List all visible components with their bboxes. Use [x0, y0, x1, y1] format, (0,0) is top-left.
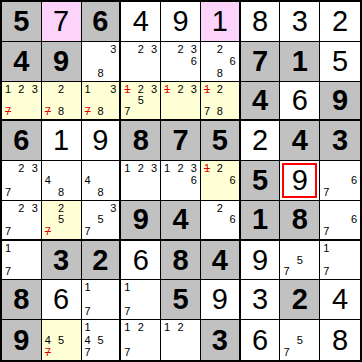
cell-r7c3[interactable]: 2: [82, 241, 122, 281]
solved-digit: 9: [92, 126, 108, 155]
cell-r9c6[interactable]: 3: [201, 320, 241, 360]
given-digit: 3: [212, 326, 228, 355]
given-digit: 1: [292, 47, 308, 76]
solved-digit: 1: [212, 7, 228, 36]
candidate: 8: [97, 187, 103, 198]
solved-digit: 6: [53, 285, 69, 314]
pencil-marks: 1278: [204, 84, 236, 118]
cell-r4c2[interactable]: 1: [42, 121, 82, 161]
candidate: 3: [110, 44, 116, 55]
cell-r5c3[interactable]: 48: [82, 161, 122, 201]
candidate: 3: [191, 44, 197, 55]
pencil-marks: 26: [204, 203, 236, 237]
candidate: 8: [217, 106, 223, 117]
cell-r1c3[interactable]: 6: [82, 2, 122, 42]
candidate: 3: [151, 163, 157, 174]
candidate: 2: [18, 203, 24, 214]
given-digit: 7: [252, 47, 268, 76]
candidate: 3: [151, 44, 157, 55]
pencil-marks: 126: [204, 163, 236, 198]
pencil-marks: 1236: [164, 163, 197, 198]
given-digit: 9: [53, 47, 69, 76]
candidate: 3: [32, 203, 38, 214]
candidate: 1: [164, 163, 170, 174]
candidate: 1: [124, 322, 130, 333]
candidate: 7: [5, 187, 11, 198]
given-digit: 5: [172, 285, 188, 314]
cell-r8c3[interactable]: 17: [82, 280, 122, 320]
candidate: 7: [85, 306, 91, 317]
cell-r5c6[interactable]: 126: [201, 161, 241, 201]
cell-r3c2[interactable]: 278: [42, 82, 82, 122]
cell-r9c1[interactable]: 9: [2, 320, 42, 360]
candidate: 4: [45, 335, 51, 346]
candidate-crossed: 7: [5, 106, 11, 117]
cell-r8c9[interactable]: 4: [320, 280, 360, 320]
candidate: 5: [138, 95, 144, 106]
candidate: 5: [97, 214, 103, 225]
cell-r2c1[interactable]: 4: [2, 42, 42, 82]
candidate: 5: [97, 335, 103, 346]
cell-r9c8[interactable]: 57: [280, 320, 320, 360]
candidate: 2: [138, 322, 144, 333]
cell-r5c2[interactable]: 48: [42, 161, 82, 201]
candidate: 6: [351, 175, 357, 186]
cell-r4c7[interactable]: 2: [241, 121, 281, 161]
cell-r2c5[interactable]: 236: [161, 42, 201, 82]
candidate: 8: [97, 106, 103, 117]
cell-r3c5[interactable]: 123: [161, 82, 201, 122]
solved-digit: 9: [252, 246, 268, 275]
given-digit: 2: [92, 246, 108, 275]
cell-r8c6[interactable]: 9: [201, 280, 241, 320]
given-digit: 4: [252, 86, 268, 115]
cell-r8c5[interactable]: 5: [161, 280, 201, 320]
pencil-marks: 17: [323, 243, 357, 278]
solved-digit: 8: [332, 326, 348, 355]
candidate: 6: [191, 56, 197, 67]
cell-r2c9[interactable]: 5: [320, 42, 360, 82]
cell-r7c5[interactable]: 8: [161, 241, 201, 281]
candidate: 2: [138, 44, 144, 55]
cell-r9c2[interactable]: 457: [42, 320, 82, 360]
pencil-marks: 237: [5, 203, 38, 237]
candidate-crossed: 1: [164, 84, 170, 95]
candidate: 2: [177, 322, 183, 333]
candidate: 8: [217, 68, 223, 79]
cell-r8c8[interactable]: 2: [280, 280, 320, 320]
candidate: 7: [283, 347, 289, 358]
candidate: 5: [58, 214, 64, 225]
candidate: 7: [323, 266, 329, 277]
candidate: 6: [230, 214, 236, 225]
given-digit: 9: [13, 326, 29, 355]
pencil-marks: 67: [323, 203, 357, 237]
pencil-marks: 17: [5, 243, 38, 278]
candidate: 5: [297, 255, 303, 266]
given-digit: 8: [13, 285, 29, 314]
cell-r6c3[interactable]: 357: [82, 201, 122, 241]
cell-r1c9[interactable]: 2: [320, 2, 360, 42]
pencil-marks: 57: [283, 322, 316, 358]
candidate: 7: [323, 187, 329, 198]
pencil-marks: 1457: [85, 322, 117, 358]
pencil-marks: 38: [85, 44, 117, 79]
candidate: 2: [18, 163, 24, 174]
cell-r8c2[interactable]: 6: [42, 280, 82, 320]
cell-r1c1[interactable]: 5: [2, 2, 42, 42]
cell-r5c9[interactable]: 67: [320, 161, 360, 201]
candidate: 3: [191, 84, 197, 95]
candidate: 2: [217, 163, 223, 174]
candidate: 1: [124, 163, 130, 174]
cell-r3c3[interactable]: 1378: [82, 82, 122, 122]
solved-digit: 6: [252, 326, 268, 355]
pencil-marks: 67: [323, 163, 357, 198]
candidate: 2: [18, 84, 24, 95]
candidate: 1: [85, 84, 91, 95]
candidate: 3: [110, 84, 116, 95]
cell-r6c6[interactable]: 26: [201, 201, 241, 241]
cell-r6c7[interactable]: 1: [241, 201, 281, 241]
given-digit: 6: [92, 7, 108, 36]
candidate: 7: [323, 226, 329, 237]
cell-r5c5[interactable]: 1236: [161, 161, 201, 201]
solved-digit: 8: [252, 7, 268, 36]
cell-r7c8[interactable]: 57: [280, 241, 320, 281]
cell-r9c9[interactable]: 8: [320, 320, 360, 360]
cell-r6c2[interactable]: 257: [42, 201, 82, 241]
candidate: 6: [191, 175, 197, 186]
candidate: 5: [297, 335, 303, 346]
solved-digit: 6: [292, 86, 308, 115]
solved-digit: 2: [252, 126, 268, 155]
cell-r3c1[interactable]: 1237: [2, 82, 42, 122]
pencil-marks: 17: [85, 282, 117, 317]
given-digit: 9: [332, 86, 348, 115]
candidate: 7: [5, 226, 11, 237]
cell-r1c2[interactable]: 7: [42, 2, 82, 42]
candidate: 2: [217, 84, 223, 95]
cell-r2c8[interactable]: 1: [280, 42, 320, 82]
given-digit: 8: [133, 126, 149, 155]
cell-r4c5[interactable]: 7: [161, 121, 201, 161]
cell-r1c5[interactable]: 9: [161, 2, 201, 42]
candidate: 1: [5, 84, 11, 95]
pencil-marks: 12: [164, 322, 197, 358]
pencil-marks: 237: [5, 163, 38, 198]
cell-r5c4[interactable]: 123: [121, 161, 161, 201]
candidate: 6: [230, 56, 236, 67]
cell-r3c4[interactable]: 12357: [121, 82, 161, 122]
cell-r1c7[interactable]: 8: [241, 2, 281, 42]
given-digit: 4: [13, 47, 29, 76]
candidate: 4: [85, 335, 91, 346]
cell-r9c3[interactable]: 1457: [82, 320, 122, 360]
cell-r4c8[interactable]: 4: [280, 121, 320, 161]
pencil-marks: 236: [164, 44, 197, 79]
candidate-crossed: 1: [204, 84, 210, 95]
candidate: 7: [204, 106, 210, 117]
given-digit: 5: [212, 126, 228, 155]
given-digit: 5: [252, 166, 268, 195]
given-digit: 6: [13, 126, 29, 155]
cell-r8c1[interactable]: 8: [2, 280, 42, 320]
cell-r8c4[interactable]: 17: [121, 280, 161, 320]
sudoku-board: 5764918324938232362687151237278137812357…: [0, 0, 362, 362]
candidate: 1: [164, 322, 170, 333]
pencil-marks: 357: [85, 203, 117, 237]
candidate: 2: [177, 44, 183, 55]
cell-r2c3[interactable]: 38: [82, 42, 122, 82]
cell-r7c9[interactable]: 17: [320, 241, 360, 281]
cell-r9c5[interactable]: 12: [161, 320, 201, 360]
solved-digit: 6: [133, 246, 149, 275]
cell-r4c1[interactable]: 6: [2, 121, 42, 161]
solved-digit: 5: [332, 47, 348, 76]
candidate-crossed: 1: [124, 84, 130, 95]
candidate: 1: [5, 243, 11, 254]
candidate: 7: [5, 266, 11, 277]
candidate-crossed: 1: [204, 163, 210, 174]
candidate: 4: [45, 175, 51, 186]
cell-r4c9[interactable]: 3: [320, 121, 360, 161]
candidate: 1: [124, 282, 130, 293]
candidate-crossed: 7: [45, 347, 51, 358]
cell-r2c7[interactable]: 7: [241, 42, 281, 82]
candidate: 7: [283, 266, 289, 277]
cell-r1c4[interactable]: 4: [121, 2, 161, 42]
cell-r5c1[interactable]: 237: [2, 161, 42, 201]
given-digit: 9: [133, 205, 149, 234]
candidate: 5: [58, 335, 64, 346]
cell-r4c4[interactable]: 8: [121, 121, 161, 161]
candidate: 8: [58, 106, 64, 117]
solved-digit: 1: [53, 126, 69, 155]
cell-r2c2[interactable]: 9: [42, 42, 82, 82]
solved-digit: 9: [212, 285, 228, 314]
candidate: 1: [323, 243, 329, 254]
cell-r7c2[interactable]: 3: [42, 241, 82, 281]
given-digit: 7: [172, 126, 188, 155]
given-digit: 1: [252, 205, 268, 234]
solved-digit: 4: [133, 7, 149, 36]
candidate: 2: [177, 163, 183, 174]
cell-r1c8[interactable]: 3: [280, 2, 320, 42]
pencil-marks: 257: [45, 203, 78, 237]
pencil-marks: 123: [124, 163, 157, 198]
given-digit: 2: [292, 285, 308, 314]
cell-r6c4[interactable]: 9: [121, 201, 161, 241]
candidate: 3: [32, 163, 38, 174]
solved-digit: 9: [292, 166, 308, 195]
pencil-marks: 457: [45, 322, 78, 358]
candidate: 6: [230, 175, 236, 186]
given-digit: 4: [212, 246, 228, 275]
pencil-marks: 1237: [5, 84, 38, 118]
solved-digit: 3: [292, 7, 308, 36]
pencil-marks: 268: [204, 44, 236, 79]
candidate: 2: [138, 163, 144, 174]
candidate: 3: [191, 163, 197, 174]
candidate: 4: [85, 175, 91, 186]
cell-r4c6[interactable]: 5: [201, 121, 241, 161]
cell-r3c9[interactable]: 9: [320, 82, 360, 122]
candidate-crossed: 7: [45, 106, 51, 117]
pencil-marks: 127: [124, 322, 157, 358]
candidate: 8: [97, 68, 103, 79]
candidate: 7: [124, 306, 130, 317]
cell-r7c6[interactable]: 4: [201, 241, 241, 281]
given-digit: 4: [172, 205, 188, 234]
candidate: 6: [351, 214, 357, 225]
cell-r3c6[interactable]: 1278: [201, 82, 241, 122]
candidate: 3: [151, 84, 157, 95]
pencil-marks: 123: [164, 84, 197, 118]
cell-r5c7[interactable]: 5: [241, 161, 281, 201]
solved-digit: 2: [332, 7, 348, 36]
cell-r6c1[interactable]: 237: [2, 201, 42, 241]
cell-r2c6[interactable]: 268: [201, 42, 241, 82]
cell-r3c7[interactable]: 4: [241, 82, 281, 122]
pencil-marks: 57: [283, 243, 316, 278]
cell-r6c5[interactable]: 4: [161, 201, 201, 241]
cell-r7c4[interactable]: 6: [121, 241, 161, 281]
pencil-marks: 48: [45, 163, 78, 198]
pencil-marks: 23: [124, 44, 157, 79]
given-digit: 4: [292, 126, 308, 155]
solved-digit: 9: [172, 7, 188, 36]
candidate: 2: [138, 84, 144, 95]
cell-r7c7[interactable]: 9: [241, 241, 281, 281]
candidate: 2: [177, 84, 183, 95]
given-digit: 3: [53, 246, 69, 275]
candidate: 3: [110, 203, 116, 214]
candidate: 1: [85, 322, 91, 333]
given-digit: 3: [332, 126, 348, 155]
candidate: 7: [124, 347, 130, 358]
cell-r6c8[interactable]: 8: [280, 201, 320, 241]
candidate: 2: [217, 203, 223, 214]
cell-r9c7[interactable]: 6: [241, 320, 281, 360]
pencil-marks: 1378: [85, 84, 117, 118]
candidate: 1: [85, 282, 91, 293]
cell-r3c8[interactable]: 6: [280, 82, 320, 122]
cell-r5c8[interactable]: 9: [280, 161, 320, 201]
solved-digit: 7: [53, 7, 69, 36]
candidate-crossed: 7: [45, 226, 51, 237]
solved-digit: 3: [252, 285, 268, 314]
pencil-marks: 278: [45, 84, 78, 118]
pencil-marks: 12357: [124, 84, 157, 118]
candidate: 2: [217, 44, 223, 55]
pencil-marks: 17: [124, 282, 157, 317]
candidate: 7: [124, 106, 130, 117]
given-digit: 8: [172, 246, 188, 275]
candidate: 2: [58, 203, 64, 214]
cell-r2c4[interactable]: 23: [121, 42, 161, 82]
candidate: 2: [58, 84, 64, 95]
candidate-crossed: 7: [85, 106, 91, 117]
cell-r9c4[interactable]: 127: [121, 320, 161, 360]
given-digit: 8: [292, 205, 308, 234]
cell-r6c9[interactable]: 67: [320, 201, 360, 241]
candidate: 7: [85, 226, 91, 237]
cell-r7c1[interactable]: 17: [2, 241, 42, 281]
candidate: 7: [85, 347, 91, 358]
candidate: 8: [58, 187, 64, 198]
solved-digit: 4: [332, 285, 348, 314]
given-digit: 5: [13, 7, 29, 36]
cell-r8c7[interactable]: 3: [241, 280, 281, 320]
cell-r1c6[interactable]: 1: [201, 2, 241, 42]
cell-r4c3[interactable]: 9: [82, 121, 122, 161]
pencil-marks: 48: [85, 163, 117, 198]
candidate: 3: [32, 84, 38, 95]
